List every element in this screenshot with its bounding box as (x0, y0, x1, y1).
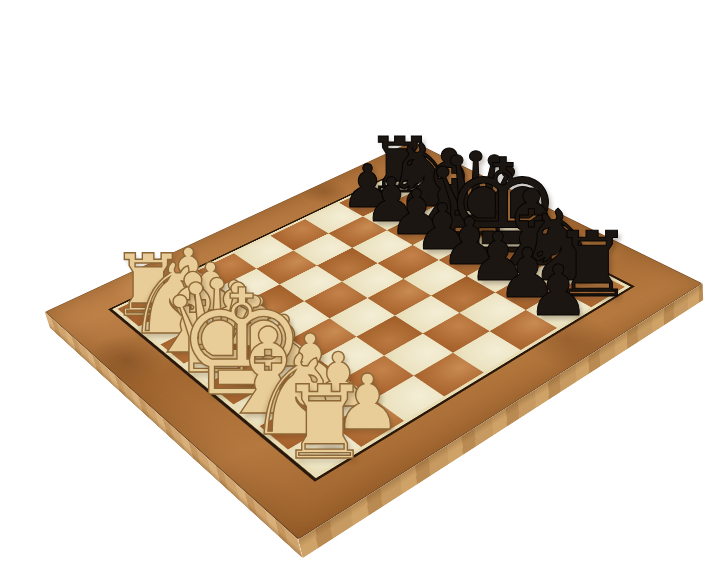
piece-black-pawn[interactable]: ♟ (527, 256, 590, 326)
pieces-layer: ♜♞♝♛♚♝♞♜♟♟♟♟♟♟♟♟♟♟♟♟♟♟♟♟♜♞♝♛♚♝♞♜ (0, 0, 720, 576)
chess-set-photo: ♜♞♝♛♚♝♞♜♟♟♟♟♟♟♟♟♟♟♟♟♟♟♟♟♜♞♝♛♚♝♞♜ (0, 0, 720, 576)
piece-white-rook[interactable]: ♜ (279, 371, 370, 473)
